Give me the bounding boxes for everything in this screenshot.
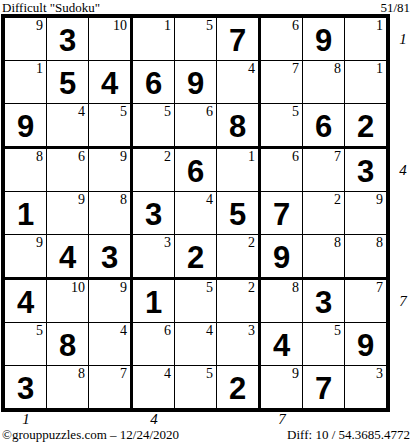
given-digit: 9 bbox=[315, 23, 332, 56]
cell-r1c2[interactable]: 3 bbox=[47, 18, 89, 61]
cell-r7c2[interactable]: 10 bbox=[47, 280, 89, 323]
cell-r6c9[interactable]: 8 bbox=[345, 235, 386, 280]
cell-r6c6[interactable]: 2 bbox=[217, 235, 261, 280]
cell-r3c9[interactable]: 2 bbox=[345, 104, 386, 149]
cell-r9c4[interactable]: 4 bbox=[133, 366, 175, 408]
given-digit: 7 bbox=[273, 197, 290, 230]
corner-number: 1 bbox=[376, 62, 383, 76]
cell-r2c6[interactable]: 4 bbox=[217, 61, 261, 104]
cell-r4c5[interactable]: 6 bbox=[175, 149, 217, 192]
col-label-1: 1 bbox=[22, 411, 30, 428]
corner-number: 1 bbox=[248, 150, 255, 164]
cell-r5c5[interactable]: 4 bbox=[175, 192, 217, 235]
cell-r3c2[interactable]: 4 bbox=[47, 104, 89, 149]
corner-number: 9 bbox=[292, 367, 299, 381]
cell-r2c3[interactable]: 4 bbox=[89, 61, 133, 104]
corner-number: 9 bbox=[120, 150, 127, 164]
given-digit: 9 bbox=[17, 109, 34, 142]
cell-r6c2[interactable]: 4 bbox=[47, 235, 89, 280]
cell-r6c3[interactable]: 3 bbox=[89, 235, 133, 280]
corner-number: 4 bbox=[120, 324, 127, 338]
cell-r1c1[interactable]: 9 bbox=[5, 18, 47, 61]
given-digit: 1 bbox=[145, 285, 162, 318]
cell-r2c2[interactable]: 5 bbox=[47, 61, 89, 104]
corner-number: 5 bbox=[206, 367, 213, 381]
given-digit: 8 bbox=[59, 328, 76, 361]
corner-number: 4 bbox=[164, 367, 171, 381]
corner-number: 9 bbox=[376, 193, 383, 207]
corner-number: 8 bbox=[334, 236, 341, 250]
cell-r5c8[interactable]: 2 bbox=[303, 192, 345, 235]
cell-r9c2[interactable]: 8 bbox=[47, 366, 89, 408]
cell-r8c4[interactable]: 6 bbox=[133, 323, 175, 366]
corner-number: 2 bbox=[334, 193, 341, 207]
cell-r8c2[interactable]: 8 bbox=[47, 323, 89, 366]
given-digit: 8 bbox=[229, 109, 246, 142]
corner-number: 4 bbox=[206, 324, 213, 338]
given-digit: 3 bbox=[315, 285, 332, 318]
cell-r2c7[interactable]: 7 bbox=[261, 61, 303, 104]
cell-r4c1[interactable]: 8 bbox=[5, 149, 47, 192]
corner-number: 9 bbox=[120, 281, 127, 295]
given-digit: 9 bbox=[187, 66, 204, 99]
cell-r9c3[interactable]: 7 bbox=[89, 366, 133, 408]
cell-r8c9[interactable]: 9 bbox=[345, 323, 386, 366]
given-digit: 2 bbox=[229, 371, 246, 404]
col-label-7: 7 bbox=[278, 411, 286, 428]
cell-r5c7[interactable]: 7 bbox=[261, 192, 303, 235]
cell-r5c6[interactable]: 5 bbox=[217, 192, 261, 235]
cell-r4c8[interactable]: 7 bbox=[303, 149, 345, 192]
cell-r9c1[interactable]: 3 bbox=[5, 366, 47, 408]
given-digit: 7 bbox=[229, 23, 246, 56]
corner-number: 6 bbox=[292, 19, 299, 33]
corner-number: 6 bbox=[164, 324, 171, 338]
cell-r3c7[interactable]: 5 bbox=[261, 104, 303, 149]
given-digit: 7 bbox=[315, 371, 332, 404]
corner-number: 4 bbox=[206, 193, 213, 207]
row-label-1: 1 bbox=[396, 31, 410, 48]
cell-r6c7[interactable]: 9 bbox=[261, 235, 303, 280]
corner-number: 1 bbox=[376, 19, 383, 33]
cell-r8c5[interactable]: 4 bbox=[175, 323, 217, 366]
cell-r9c7[interactable]: 9 bbox=[261, 366, 303, 408]
cell-r4c2[interactable]: 6 bbox=[47, 149, 89, 192]
cell-r1c8[interactable]: 9 bbox=[303, 18, 345, 61]
corner-number: 3 bbox=[248, 324, 255, 338]
cell-r3c4[interactable]: 5 bbox=[133, 104, 175, 149]
corner-number: 1 bbox=[36, 62, 43, 76]
corner-number: 5 bbox=[206, 19, 213, 33]
corner-number: 7 bbox=[292, 62, 299, 76]
cell-r7c5[interactable]: 5 bbox=[175, 280, 217, 323]
given-digit: 6 bbox=[315, 109, 332, 142]
cell-r5c1[interactable]: 1 bbox=[5, 192, 47, 235]
cell-r6c1[interactable]: 9 bbox=[5, 235, 47, 280]
corner-number: 5 bbox=[292, 105, 299, 119]
cell-r7c3[interactable]: 9 bbox=[89, 280, 133, 323]
cell-r7c8[interactable]: 3 bbox=[303, 280, 345, 323]
given-digit: 2 bbox=[357, 109, 374, 142]
corner-number: 8 bbox=[334, 62, 341, 76]
corner-number: 7 bbox=[334, 150, 341, 164]
corner-number: 5 bbox=[36, 324, 43, 338]
corner-number: 8 bbox=[292, 281, 299, 295]
given-digit: 4 bbox=[17, 285, 34, 318]
corner-number: 2 bbox=[248, 281, 255, 295]
cell-r7c1[interactable]: 4 bbox=[5, 280, 47, 323]
corner-number: 7 bbox=[376, 281, 383, 295]
cell-r2c4[interactable]: 6 bbox=[133, 61, 175, 104]
cell-r1c3[interactable]: 10 bbox=[89, 18, 133, 61]
cell-r4c7[interactable]: 6 bbox=[261, 149, 303, 192]
cell-r9c8[interactable]: 7 bbox=[303, 366, 345, 408]
cell-r6c4[interactable]: 3 bbox=[133, 235, 175, 280]
cell-r8c8[interactable]: 5 bbox=[303, 323, 345, 366]
given-digit: 6 bbox=[187, 154, 204, 187]
cell-r1c5[interactable]: 5 bbox=[175, 18, 217, 61]
corner-number: 8 bbox=[78, 367, 85, 381]
sudoku-board: 9310157691154694781945568562869261673198… bbox=[1, 14, 390, 412]
corner-number: 4 bbox=[78, 105, 85, 119]
corner-number: 1 bbox=[164, 19, 171, 33]
cell-r4c9[interactable]: 3 bbox=[345, 149, 386, 192]
cell-r5c4[interactable]: 3 bbox=[133, 192, 175, 235]
given-digit: 1 bbox=[17, 197, 34, 230]
cell-r3c1[interactable]: 9 bbox=[5, 104, 47, 149]
corner-number: 5 bbox=[206, 281, 213, 295]
given-digit: 6 bbox=[145, 66, 162, 99]
cell-r6c8[interactable]: 8 bbox=[303, 235, 345, 280]
corner-number: 4 bbox=[248, 62, 255, 76]
cell-r8c3[interactable]: 4 bbox=[89, 323, 133, 366]
col-label-4: 4 bbox=[150, 411, 158, 428]
corner-number: 10 bbox=[71, 281, 85, 295]
given-digit: 9 bbox=[357, 328, 374, 361]
cell-r6c5[interactable]: 2 bbox=[175, 235, 217, 280]
cell-r1c6[interactable]: 7 bbox=[217, 18, 261, 61]
cell-r3c3[interactable]: 5 bbox=[89, 104, 133, 149]
cell-r7c9[interactable]: 7 bbox=[345, 280, 386, 323]
corner-number: 3 bbox=[376, 367, 383, 381]
row-label-4: 4 bbox=[396, 162, 410, 179]
given-digit: 3 bbox=[357, 154, 374, 187]
cell-r1c7[interactable]: 6 bbox=[261, 18, 303, 61]
corner-number: 6 bbox=[78, 150, 85, 164]
cell-r7c6[interactable]: 2 bbox=[217, 280, 261, 323]
given-digit: 2 bbox=[187, 240, 204, 273]
cell-r9c6[interactable]: 2 bbox=[217, 366, 261, 408]
corner-number: 9 bbox=[78, 193, 85, 207]
difficulty-text: Diff: 10 / 54.3685.4772 bbox=[287, 427, 410, 443]
corner-number: 9 bbox=[36, 19, 43, 33]
cell-r1c9[interactable]: 1 bbox=[345, 18, 386, 61]
cell-r2c1[interactable]: 1 bbox=[5, 61, 47, 104]
given-digit: 3 bbox=[17, 371, 34, 404]
corner-number: 7 bbox=[120, 367, 127, 381]
corner-number: 10 bbox=[113, 19, 127, 33]
cell-r4c3[interactable]: 9 bbox=[89, 149, 133, 192]
cell-r3c8[interactable]: 6 bbox=[303, 104, 345, 149]
cell-r3c6[interactable]: 8 bbox=[217, 104, 261, 149]
given-digit: 4 bbox=[59, 240, 76, 273]
given-digit: 3 bbox=[145, 197, 162, 230]
sudoku-page: Difficult "Sudoku" 51/81 931015769115469… bbox=[0, 0, 412, 445]
corner-number: 6 bbox=[292, 150, 299, 164]
cell-r3c5[interactable]: 6 bbox=[175, 104, 217, 149]
corner-number: 5 bbox=[334, 324, 341, 338]
corner-number: 9 bbox=[36, 236, 43, 250]
cell-r8c6[interactable]: 3 bbox=[217, 323, 261, 366]
cell-r4c4[interactable]: 2 bbox=[133, 149, 175, 192]
corner-number: 2 bbox=[248, 236, 255, 250]
cell-r5c9[interactable]: 9 bbox=[345, 192, 386, 235]
given-digit: 4 bbox=[273, 328, 290, 361]
cell-r4c6[interactable]: 1 bbox=[217, 149, 261, 192]
cell-r9c9[interactable]: 3 bbox=[345, 366, 386, 408]
corner-number: 6 bbox=[206, 105, 213, 119]
given-digit: 9 bbox=[273, 240, 290, 273]
row-label-7: 7 bbox=[396, 293, 410, 310]
cell-r2c5[interactable]: 9 bbox=[175, 61, 217, 104]
corner-number: 5 bbox=[120, 105, 127, 119]
corner-number: 8 bbox=[120, 193, 127, 207]
copyright-text: ©grouppuzzles.com – 12/24/2020 bbox=[2, 427, 179, 443]
given-digit: 5 bbox=[229, 197, 246, 230]
given-digit: 5 bbox=[59, 66, 76, 99]
cell-r8c7[interactable]: 4 bbox=[261, 323, 303, 366]
corner-number: 3 bbox=[164, 236, 171, 250]
corner-number: 2 bbox=[164, 150, 171, 164]
corner-number: 8 bbox=[376, 236, 383, 250]
cell-r9c5[interactable]: 5 bbox=[175, 366, 217, 408]
given-digit: 3 bbox=[59, 23, 76, 56]
cell-r2c8[interactable]: 8 bbox=[303, 61, 345, 104]
corner-number: 8 bbox=[36, 150, 43, 164]
cell-r5c3[interactable]: 8 bbox=[89, 192, 133, 235]
given-digit: 3 bbox=[101, 240, 118, 273]
cell-r7c7[interactable]: 8 bbox=[261, 280, 303, 323]
cell-r2c9[interactable]: 1 bbox=[345, 61, 386, 104]
cell-r7c4[interactable]: 1 bbox=[133, 280, 175, 323]
cell-r8c1[interactable]: 5 bbox=[5, 323, 47, 366]
corner-number: 5 bbox=[164, 105, 171, 119]
cell-r5c2[interactable]: 9 bbox=[47, 192, 89, 235]
given-digit: 4 bbox=[101, 66, 118, 99]
cell-r1c4[interactable]: 1 bbox=[133, 18, 175, 61]
